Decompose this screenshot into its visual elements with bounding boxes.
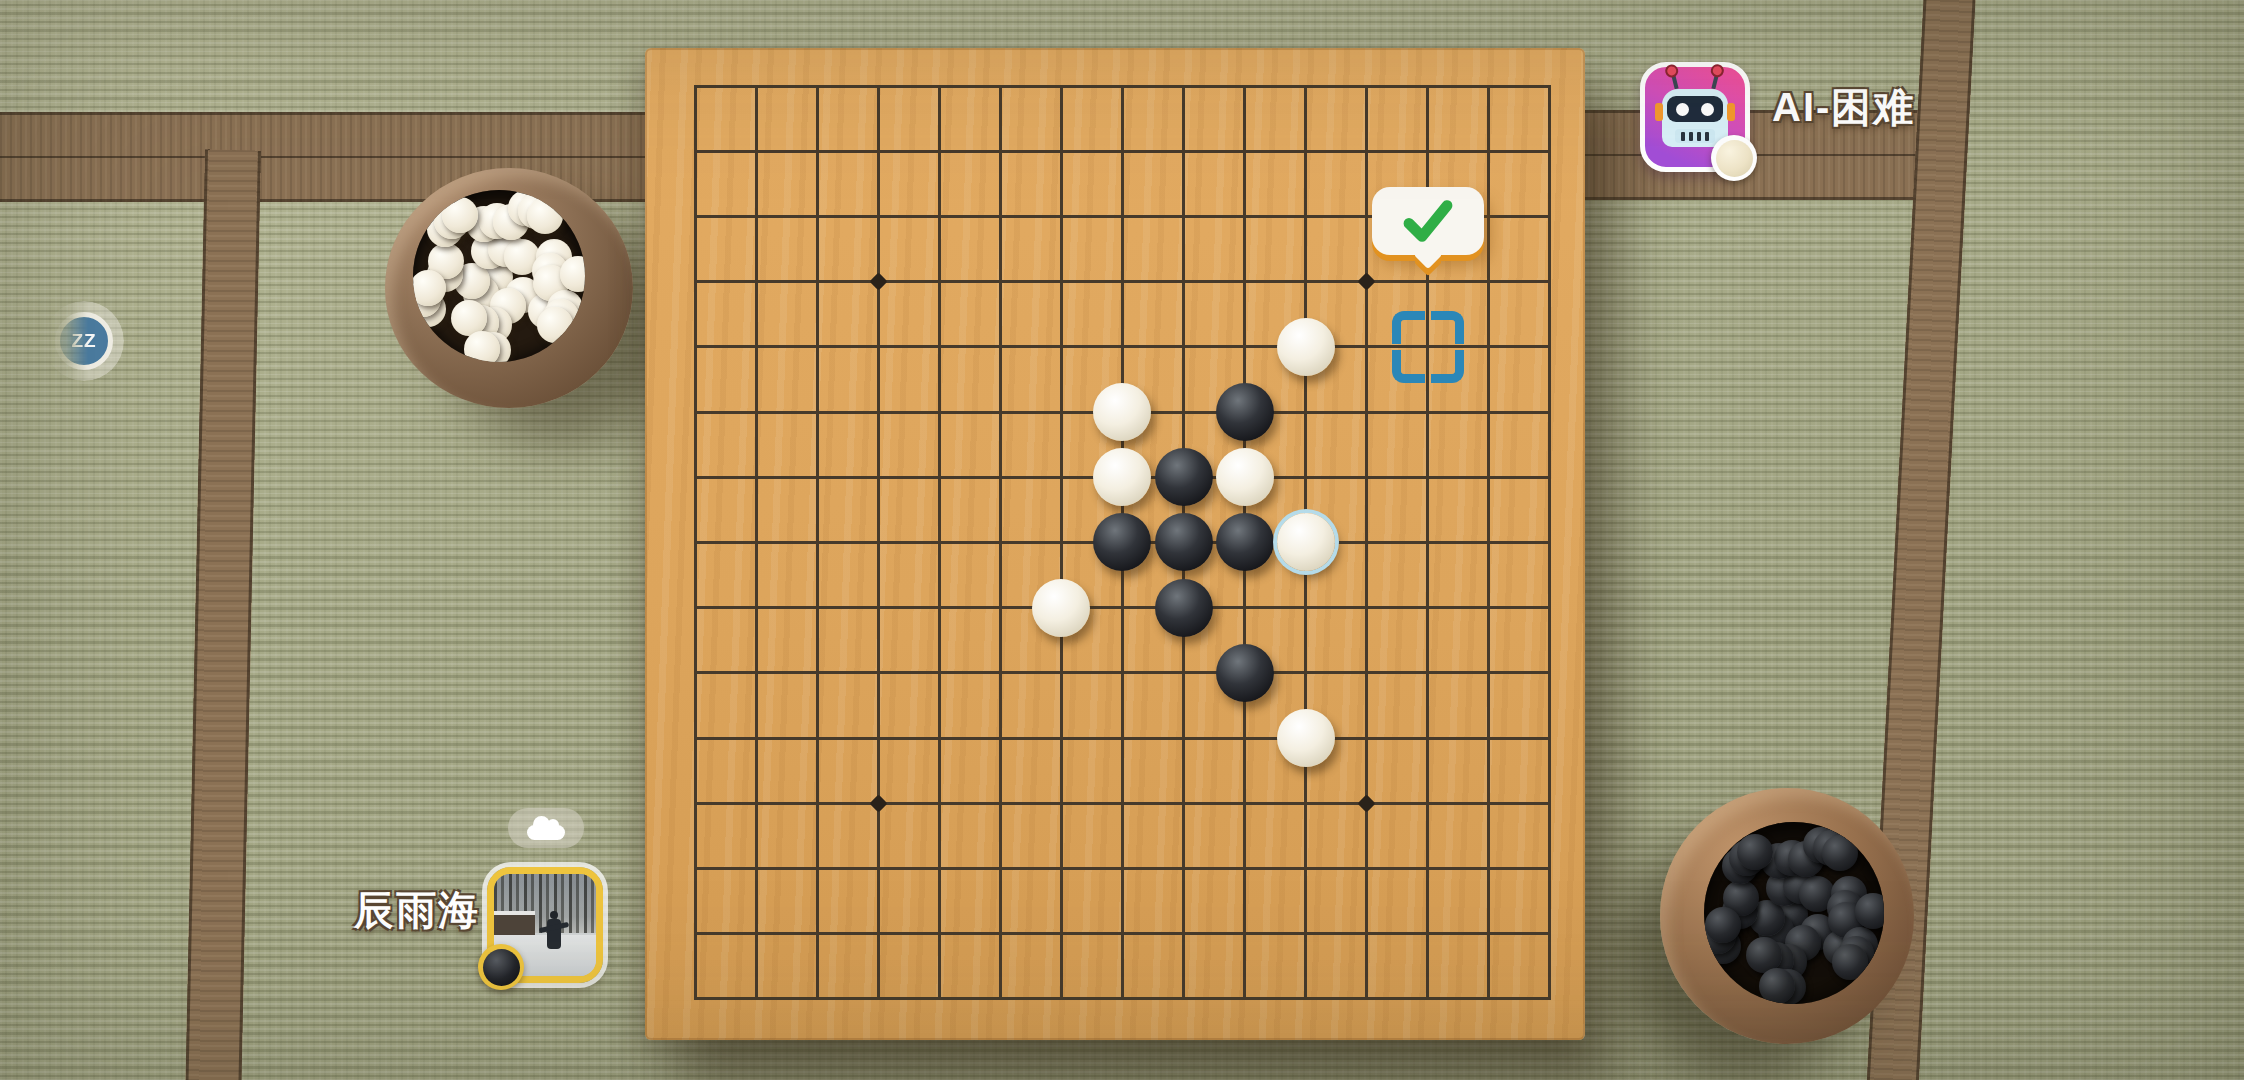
white-stone-bowl-opening xyxy=(413,190,585,362)
black-stone xyxy=(1155,513,1213,571)
robot-antenna-icon xyxy=(1671,75,1678,90)
grid-line xyxy=(694,997,1552,1000)
black-bowl-stone xyxy=(1822,835,1858,871)
black-bowl-stone xyxy=(1855,893,1884,929)
black-stone-icon xyxy=(483,949,520,986)
white-bowl-stone xyxy=(442,197,478,233)
white-stone-last-move xyxy=(1277,513,1335,571)
human-avatar[interactable] xyxy=(487,867,603,983)
grid-line xyxy=(694,671,1552,674)
black-stone xyxy=(1155,579,1213,637)
ai-player-name: AI-困难 xyxy=(1772,80,1915,135)
black-bowl-stone xyxy=(1705,907,1741,943)
sleep-indicator-badge: ZZ xyxy=(44,301,124,381)
sleep-zz-icon: ZZ xyxy=(55,312,113,370)
grid-line xyxy=(1365,85,1368,1001)
black-bowl-stone xyxy=(1737,834,1773,870)
human-player-name: 辰雨海 xyxy=(320,883,480,938)
white-bowl-stone xyxy=(527,198,563,234)
ai-stone-color-badge xyxy=(1711,135,1757,181)
black-stone xyxy=(1093,513,1151,571)
black-stone xyxy=(1216,383,1274,441)
black-stone xyxy=(1155,448,1213,506)
grid-line xyxy=(1487,85,1490,1001)
white-stone xyxy=(1277,318,1335,376)
white-stone-bowl xyxy=(385,168,633,408)
white-stone xyxy=(1216,448,1274,506)
grid-line xyxy=(694,606,1552,609)
white-stone xyxy=(1032,579,1090,637)
star-point xyxy=(869,272,887,290)
gomoku-board[interactable] xyxy=(645,48,1585,1040)
move-target-marker[interactable] xyxy=(1392,311,1464,383)
ai-player-plate: AI-困难 xyxy=(1640,62,1915,172)
grid-line xyxy=(694,932,1552,935)
white-bowl-stone xyxy=(464,331,500,362)
cloud-icon xyxy=(527,825,565,840)
confirm-move-button[interactable] xyxy=(1372,187,1484,255)
grid-line xyxy=(694,737,1552,740)
human-player-plate: 辰雨海 xyxy=(320,800,620,1000)
black-stone xyxy=(1216,513,1274,571)
white-stone-icon xyxy=(1716,140,1753,177)
black-stone xyxy=(1216,644,1274,702)
black-bowl-stone xyxy=(1832,944,1868,980)
grid-line xyxy=(1548,85,1551,1001)
star-point xyxy=(869,794,887,812)
robot-antenna-icon xyxy=(1711,75,1718,90)
white-bowl-stone xyxy=(537,307,573,343)
star-point xyxy=(1358,272,1376,290)
grid-line xyxy=(694,867,1552,870)
thinking-status-pill xyxy=(508,808,584,848)
white-bowl-stone xyxy=(413,270,446,306)
ai-avatar[interactable] xyxy=(1640,62,1750,172)
green-check-icon xyxy=(1399,196,1457,246)
human-stone-color-badge xyxy=(478,944,524,990)
black-stone-bowl xyxy=(1660,788,1914,1044)
robot-icon xyxy=(1662,89,1728,147)
star-point xyxy=(1358,794,1376,812)
white-stone xyxy=(1277,709,1335,767)
black-stone-bowl-opening xyxy=(1704,822,1884,1004)
grid-line xyxy=(694,802,1552,805)
game-scene: AI-困难 辰雨海 ZZ xyxy=(0,0,2244,1080)
white-stone xyxy=(1093,448,1151,506)
white-stone xyxy=(1093,383,1151,441)
